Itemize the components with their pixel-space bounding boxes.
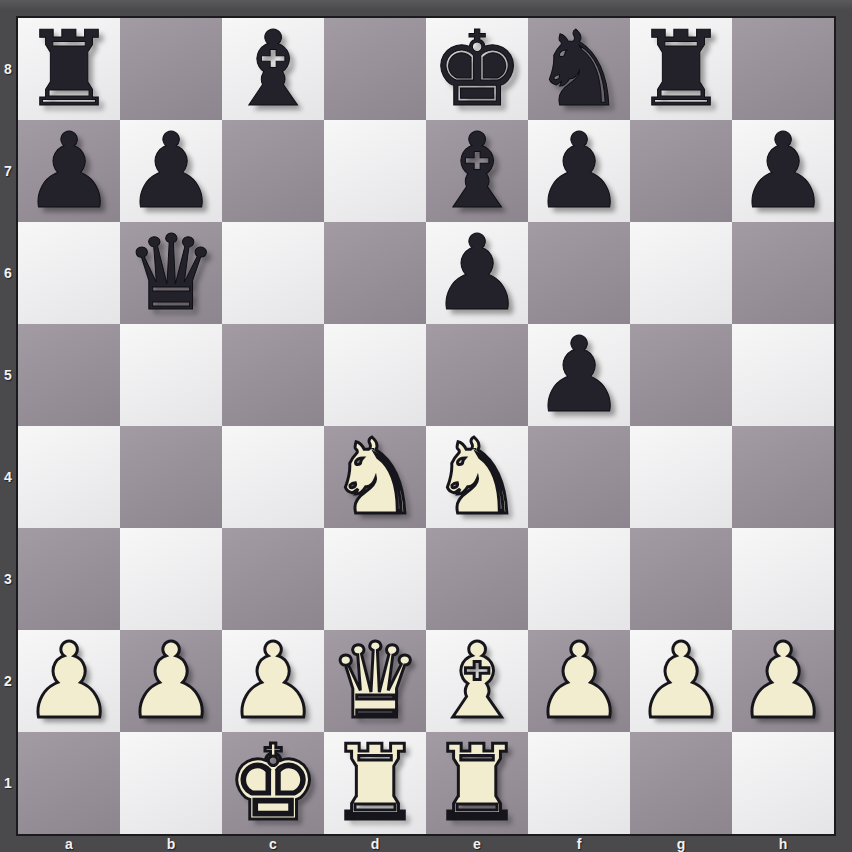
square-b1[interactable] [120,732,222,834]
piece-black-pawn[interactable]: ♟ [736,120,829,222]
square-f8[interactable]: ♞ [528,18,630,120]
piece-black-pawn[interactable]: ♟ [532,120,625,222]
rank-label-3: 3 [0,528,16,630]
file-label-d: d [324,836,426,852]
square-d4[interactable]: ♞ [324,426,426,528]
file-label-a: a [18,836,120,852]
rank-label-2: 2 [0,630,16,732]
square-b3[interactable] [120,528,222,630]
piece-white-knight[interactable]: ♞ [430,426,523,528]
square-c2[interactable]: ♟ [222,630,324,732]
square-a6[interactable] [18,222,120,324]
square-h6[interactable] [732,222,834,324]
piece-white-queen[interactable]: ♛ [328,630,421,732]
piece-white-pawn[interactable]: ♟ [226,630,319,732]
rank-label-7: 7 [0,120,16,222]
square-a5[interactable] [18,324,120,426]
rank-label-4: 4 [0,426,16,528]
square-e7[interactable]: ♝ [426,120,528,222]
square-e8[interactable]: ♚ [426,18,528,120]
square-b6[interactable]: ♛ [120,222,222,324]
square-a3[interactable] [18,528,120,630]
square-g4[interactable] [630,426,732,528]
square-d2[interactable]: ♛ [324,630,426,732]
square-c7[interactable] [222,120,324,222]
square-d7[interactable] [324,120,426,222]
chess-board: ♜♝♚♞♜♟♟♝♟♟♛♟♟♞♞♟♟♟♛♝♟♟♟♚♜♜ [16,16,836,836]
square-f7[interactable]: ♟ [528,120,630,222]
square-g2[interactable]: ♟ [630,630,732,732]
square-g7[interactable] [630,120,732,222]
piece-white-king[interactable]: ♚ [226,732,319,834]
rank-label-1: 1 [0,732,16,834]
square-e5[interactable] [426,324,528,426]
file-label-h: h [732,836,834,852]
square-f5[interactable]: ♟ [528,324,630,426]
piece-white-pawn[interactable]: ♟ [124,630,217,732]
square-h5[interactable] [732,324,834,426]
piece-black-bishop[interactable]: ♝ [430,120,523,222]
piece-white-pawn[interactable]: ♟ [634,630,727,732]
square-c4[interactable] [222,426,324,528]
square-a2[interactable]: ♟ [18,630,120,732]
square-b8[interactable] [120,18,222,120]
square-h4[interactable] [732,426,834,528]
square-f1[interactable] [528,732,630,834]
file-label-f: f [528,836,630,852]
square-a4[interactable] [18,426,120,528]
piece-white-pawn[interactable]: ♟ [736,630,829,732]
square-g5[interactable] [630,324,732,426]
square-c5[interactable] [222,324,324,426]
square-c8[interactable]: ♝ [222,18,324,120]
piece-white-rook[interactable]: ♜ [328,732,421,834]
square-h8[interactable] [732,18,834,120]
piece-white-pawn[interactable]: ♟ [532,630,625,732]
square-b2[interactable]: ♟ [120,630,222,732]
rank-label-5: 5 [0,324,16,426]
square-g6[interactable] [630,222,732,324]
square-f4[interactable] [528,426,630,528]
square-d3[interactable] [324,528,426,630]
square-e3[interactable] [426,528,528,630]
square-a7[interactable]: ♟ [18,120,120,222]
square-e2[interactable]: ♝ [426,630,528,732]
piece-black-pawn[interactable]: ♟ [124,120,217,222]
piece-black-bishop[interactable]: ♝ [226,18,319,120]
square-e6[interactable]: ♟ [426,222,528,324]
file-label-c: c [222,836,324,852]
square-d1[interactable]: ♜ [324,732,426,834]
piece-black-pawn[interactable]: ♟ [532,324,625,426]
square-e1[interactable]: ♜ [426,732,528,834]
rank-label-8: 8 [0,18,16,120]
square-d5[interactable] [324,324,426,426]
square-h1[interactable] [732,732,834,834]
square-a8[interactable]: ♜ [18,18,120,120]
square-f2[interactable]: ♟ [528,630,630,732]
square-h2[interactable]: ♟ [732,630,834,732]
piece-white-rook[interactable]: ♜ [430,732,523,834]
square-d8[interactable] [324,18,426,120]
piece-white-bishop[interactable]: ♝ [430,630,523,732]
board-frame: ♜♝♚♞♜♟♟♝♟♟♛♟♟♞♞♟♟♟♛♝♟♟♟♚♜♜ 87654321abcde… [0,0,852,852]
square-g1[interactable] [630,732,732,834]
file-label-e: e [426,836,528,852]
square-h3[interactable] [732,528,834,630]
piece-black-pawn[interactable]: ♟ [22,120,115,222]
square-f3[interactable] [528,528,630,630]
piece-black-king[interactable]: ♚ [430,18,523,120]
piece-black-queen[interactable]: ♛ [124,222,217,324]
square-c3[interactable] [222,528,324,630]
file-label-g: g [630,836,732,852]
piece-black-pawn[interactable]: ♟ [430,222,523,324]
rank-label-6: 6 [0,222,16,324]
square-h7[interactable]: ♟ [732,120,834,222]
square-f6[interactable] [528,222,630,324]
square-g8[interactable]: ♜ [630,18,732,120]
square-a1[interactable] [18,732,120,834]
square-b7[interactable]: ♟ [120,120,222,222]
piece-black-rook[interactable]: ♜ [22,18,115,120]
square-c1[interactable]: ♚ [222,732,324,834]
piece-black-rook[interactable]: ♜ [634,18,727,120]
piece-white-pawn[interactable]: ♟ [22,630,115,732]
square-c6[interactable] [222,222,324,324]
piece-black-knight[interactable]: ♞ [532,18,625,120]
square-b4[interactable] [120,426,222,528]
file-label-b: b [120,836,222,852]
square-b5[interactable] [120,324,222,426]
square-d6[interactable] [324,222,426,324]
square-g3[interactable] [630,528,732,630]
piece-white-knight[interactable]: ♞ [328,426,421,528]
square-e4[interactable]: ♞ [426,426,528,528]
